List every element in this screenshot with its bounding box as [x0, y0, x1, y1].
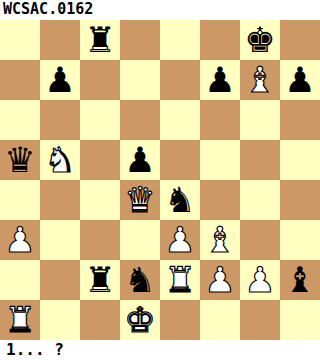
white-pawn-piece: ♟: [164, 220, 195, 260]
square-h3[interactable]: [280, 220, 320, 260]
white-knight-piece: ♞: [44, 140, 75, 180]
chess-board: ♜♚♟♟♝♟♛♞♟♛♞♟♟♝♜♞♜♟♟♝♜♚: [0, 20, 320, 340]
square-f2[interactable]: ♟: [200, 260, 240, 300]
square-a8[interactable]: [0, 20, 40, 60]
square-b1[interactable]: [40, 300, 80, 340]
black-knight-piece: ♞: [124, 260, 155, 300]
square-b2[interactable]: [40, 260, 80, 300]
square-d6[interactable]: [120, 100, 160, 140]
square-a1[interactable]: ♜: [0, 300, 40, 340]
square-h6[interactable]: [280, 100, 320, 140]
white-pawn-piece: ♟: [4, 220, 35, 260]
black-pawn-piece: ♟: [284, 60, 315, 100]
square-f1[interactable]: [200, 300, 240, 340]
square-g3[interactable]: [240, 220, 280, 260]
square-g8[interactable]: ♚: [240, 20, 280, 60]
white-bishop-piece: ♝: [244, 60, 275, 100]
square-f6[interactable]: [200, 100, 240, 140]
black-king-piece: ♚: [244, 20, 275, 60]
black-rook-piece: ♜: [84, 20, 115, 60]
square-g1[interactable]: [240, 300, 280, 340]
white-pawn-piece: ♟: [244, 260, 275, 300]
square-d4[interactable]: ♛: [120, 180, 160, 220]
square-e4[interactable]: ♞: [160, 180, 200, 220]
black-queen-piece: ♛: [4, 140, 35, 180]
square-a7[interactable]: [0, 60, 40, 100]
black-knight-piece: ♞: [164, 180, 195, 220]
square-h7[interactable]: ♟: [280, 60, 320, 100]
black-pawn-piece: ♟: [44, 60, 75, 100]
square-g4[interactable]: [240, 180, 280, 220]
square-a3[interactable]: ♟: [0, 220, 40, 260]
square-d3[interactable]: [120, 220, 160, 260]
black-rook-piece: ♜: [84, 260, 115, 300]
square-e6[interactable]: [160, 100, 200, 140]
square-e3[interactable]: ♟: [160, 220, 200, 260]
square-d1[interactable]: ♚: [120, 300, 160, 340]
square-a5[interactable]: ♛: [0, 140, 40, 180]
square-c4[interactable]: [80, 180, 120, 220]
square-h5[interactable]: [280, 140, 320, 180]
square-c7[interactable]: [80, 60, 120, 100]
square-f5[interactable]: [200, 140, 240, 180]
white-bishop-piece: ♝: [204, 220, 235, 260]
white-king-piece: ♚: [124, 300, 155, 340]
move-prompt: 1... ?: [0, 340, 320, 360]
square-g6[interactable]: [240, 100, 280, 140]
square-f7[interactable]: ♟: [200, 60, 240, 100]
square-h2[interactable]: ♝: [280, 260, 320, 300]
square-h8[interactable]: [280, 20, 320, 60]
white-pawn-piece: ♟: [204, 260, 235, 300]
square-b3[interactable]: [40, 220, 80, 260]
square-h4[interactable]: [280, 180, 320, 220]
square-e1[interactable]: [160, 300, 200, 340]
square-g2[interactable]: ♟: [240, 260, 280, 300]
square-d2[interactable]: ♞: [120, 260, 160, 300]
square-e2[interactable]: ♜: [160, 260, 200, 300]
square-c1[interactable]: [80, 300, 120, 340]
black-pawn-piece: ♟: [204, 60, 235, 100]
square-e7[interactable]: [160, 60, 200, 100]
white-queen-piece: ♛: [124, 180, 155, 220]
square-h1[interactable]: [280, 300, 320, 340]
black-pawn-piece: ♟: [124, 140, 155, 180]
square-c5[interactable]: [80, 140, 120, 180]
page-title: WCSAC.0162: [0, 0, 320, 20]
square-c8[interactable]: ♜: [80, 20, 120, 60]
chess-diagram-window: WCSAC.0162 ♜♚♟♟♝♟♛♞♟♛♞♟♟♝♜♞♜♟♟♝♜♚ 1... ?: [0, 0, 320, 360]
square-b5[interactable]: ♞: [40, 140, 80, 180]
square-a2[interactable]: [0, 260, 40, 300]
square-a4[interactable]: [0, 180, 40, 220]
square-g5[interactable]: [240, 140, 280, 180]
square-b8[interactable]: [40, 20, 80, 60]
square-b7[interactable]: ♟: [40, 60, 80, 100]
white-rook-piece: ♜: [164, 260, 195, 300]
square-f8[interactable]: [200, 20, 240, 60]
white-rook-piece: ♜: [4, 300, 35, 340]
square-c2[interactable]: ♜: [80, 260, 120, 300]
square-d7[interactable]: [120, 60, 160, 100]
square-e8[interactable]: [160, 20, 200, 60]
square-a6[interactable]: [0, 100, 40, 140]
square-b6[interactable]: [40, 100, 80, 140]
square-c3[interactable]: [80, 220, 120, 260]
square-g7[interactable]: ♝: [240, 60, 280, 100]
square-f4[interactable]: [200, 180, 240, 220]
square-f3[interactable]: ♝: [200, 220, 240, 260]
square-c6[interactable]: [80, 100, 120, 140]
square-d5[interactable]: ♟: [120, 140, 160, 180]
black-bishop-piece: ♝: [284, 260, 315, 300]
square-b4[interactable]: [40, 180, 80, 220]
square-d8[interactable]: [120, 20, 160, 60]
square-e5[interactable]: [160, 140, 200, 180]
